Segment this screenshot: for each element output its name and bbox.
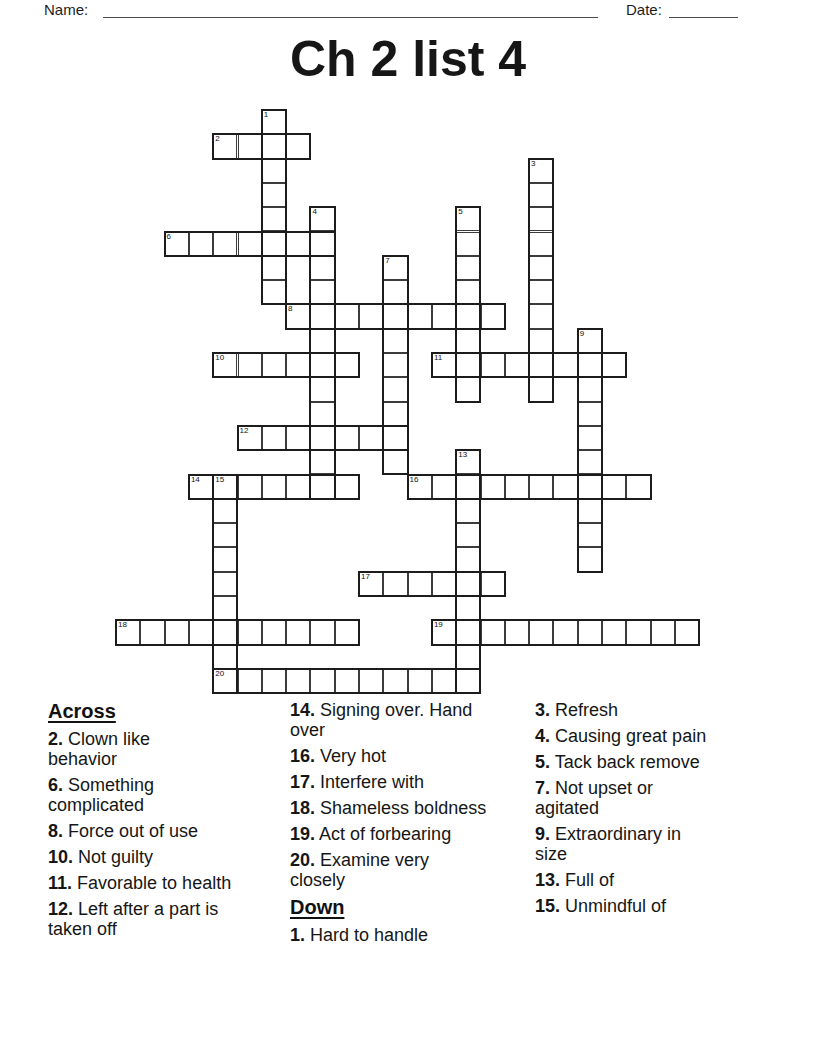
clue-down-4: 4 Causing great pain [535,726,770,746]
clue-text: Hard to handle [310,925,428,945]
clue-number: 8 [48,821,63,841]
crossword-cell[interactable] [456,645,480,669]
clue-number: 12 [48,899,73,919]
crossword-cell[interactable] [262,134,286,158]
crossword-cell[interactable] [213,645,237,669]
crossword-cell[interactable] [310,353,334,377]
clue-text: Act of forbearing [319,824,451,844]
crossword-cell[interactable] [456,620,480,644]
cell-number-7: 7 [385,257,389,265]
clue-number: 18 [290,798,315,818]
puzzle-title: Ch 2 list 4 [0,33,816,85]
crossword-cell[interactable] [286,620,310,644]
across-clue-list-continued: 14 Signing over. Hand over16 Very hot17 … [290,700,535,890]
clue-across-17: 17 Interfere with [290,772,535,792]
clue-column-1: Across 2 Clown like behavior6 Something … [48,700,286,945]
cell-number-5: 5 [458,208,462,216]
crossword-cell[interactable] [189,232,213,256]
crossword-cell[interactable] [238,475,262,499]
crossword-cell[interactable] [213,596,237,620]
crossword-cell[interactable] [529,256,553,280]
cell-number-3: 3 [531,160,535,168]
clue-text: Very hot [320,746,386,766]
crossword-worksheet: Name: Date: Ch 2 list 4 2681011121416171… [0,0,816,1056]
crossword-cell[interactable] [238,232,262,256]
crossword-cell[interactable] [359,426,383,450]
crossword-cell[interactable] [238,620,262,644]
crossword-cell[interactable] [213,523,237,547]
crossword-cell[interactable] [262,426,286,450]
crossword-cell[interactable] [213,232,237,256]
crossword-cell[interactable] [578,523,602,547]
crossword-cell[interactable] [310,402,334,426]
crossword-cell[interactable] [310,256,334,280]
clue-across-12: 12 Left after a part is taken off [48,899,286,939]
clue-across-11: 11 Favorable to health [48,873,286,893]
clue-column-3: 3 Refresh4 Causing great pain5 Tack back… [535,700,770,922]
across-clue-list: 2 Clown like behavior6 Something complic… [48,729,286,939]
crossword-cell[interactable] [286,353,310,377]
clue-text: Full of [565,870,614,890]
crossword-cell[interactable] [286,232,310,256]
crossword-cell[interactable] [651,620,675,644]
crossword-cell[interactable] [529,475,553,499]
name-input-line[interactable] [103,2,598,18]
crossword-cell[interactable] [383,426,407,450]
clue-column-2: 14 Signing over. Hand over16 Very hot17 … [290,700,535,951]
crossword-cell[interactable] [189,620,213,644]
crossword-cell[interactable] [456,523,480,547]
crossword-cell[interactable] [456,329,480,353]
clue-text: Tack back remove [555,752,700,772]
clue-text: Unmindful of [565,896,666,916]
clue-down-3: 3 Refresh [535,700,770,720]
crossword-cell[interactable] [529,280,553,304]
clue-across-10: 10 Not guilty [48,847,286,867]
crossword-cell[interactable] [286,475,310,499]
crossword-cell[interactable] [408,304,432,328]
crossword-cell[interactable] [213,572,237,596]
cell-number-2: 2 [215,135,219,143]
crossword-cell[interactable] [262,353,286,377]
clue-number: 5 [535,752,550,772]
clue-across-6: 6 Something complicated [48,775,286,815]
down-clue-list-continued: 3 Refresh4 Causing great pain5 Tack back… [535,700,770,916]
crossword-cell[interactable] [238,669,262,693]
crossword-cell[interactable] [335,669,359,693]
clue-text: Not upset or agitated [535,778,653,818]
cell-number-20: 20 [215,670,224,678]
crossword-cell[interactable] [578,402,602,426]
crossword-cell[interactable] [529,353,553,377]
crossword-cell[interactable] [213,499,237,523]
crossword-cell[interactable] [383,402,407,426]
crossword-cell[interactable] [310,475,334,499]
crossword-cell[interactable] [578,620,602,644]
clue-across-18: 18 Shameless boldness [290,798,535,818]
cell-number-13: 13 [458,451,467,459]
cell-number-10: 10 [215,354,224,362]
crossword-cell[interactable] [481,304,505,328]
crossword-cell[interactable] [626,475,650,499]
crossword-cell[interactable] [578,377,602,401]
clue-number: 9 [535,824,550,844]
clue-text: Shameless boldness [320,798,486,818]
crossword-cell[interactable] [505,620,529,644]
clue-number: 3 [535,700,550,720]
crossword-cell[interactable] [310,620,334,644]
crossword-cell[interactable] [456,280,480,304]
clue-down-5: 5 Tack back remove [535,752,770,772]
cell-number-19: 19 [434,621,443,629]
crossword-cell[interactable] [335,475,359,499]
clue-text: Signing over. Hand over [290,700,472,740]
date-label: Date: [626,1,662,18]
crossword-cell[interactable] [456,596,480,620]
crossword-grid: 2681011121416171819201345791315 [116,110,700,694]
crossword-cell[interactable] [383,353,407,377]
clue-number: 19 [290,824,315,844]
crossword-cell[interactable] [310,232,334,256]
crossword-cell[interactable] [383,329,407,353]
clue-text: Interfere with [320,772,424,792]
crossword-cell[interactable] [456,547,480,571]
crossword-cell[interactable] [262,159,286,183]
crossword-cell[interactable] [310,304,334,328]
crossword-cell[interactable] [456,353,480,377]
crossword-cell[interactable] [456,304,480,328]
crossword-cell[interactable] [432,304,456,328]
crossword-cell[interactable] [335,426,359,450]
crossword-cell[interactable] [481,353,505,377]
crossword-cell[interactable] [432,669,456,693]
clue-number: 11 [48,873,72,893]
clue-down-13: 13 Full of [535,870,770,890]
crossword-cell[interactable] [383,450,407,474]
crossword-cell[interactable] [286,426,310,450]
clue-text: Something complicated [48,775,154,815]
clue-number: 7 [535,778,550,798]
date-input-line[interactable] [669,2,738,18]
crossword-cell[interactable] [456,475,480,499]
clue-number: 10 [48,847,73,867]
clue-number: 6 [48,775,63,795]
clue-number: 15 [535,896,560,916]
cell-number-18: 18 [118,621,127,629]
crossword-cell[interactable] [456,377,480,401]
crossword-cell[interactable] [578,426,602,450]
crossword-cell[interactable] [165,620,189,644]
crossword-cell[interactable] [529,620,553,644]
crossword-cell[interactable] [553,620,577,644]
crossword-cell[interactable] [262,620,286,644]
crossword-cell[interactable] [262,475,286,499]
crossword-cell[interactable] [262,232,286,256]
crossword-cell[interactable] [262,207,286,231]
crossword-cell[interactable] [456,256,480,280]
clue-across-2: 2 Clown like behavior [48,729,286,769]
crossword-cell[interactable] [310,280,334,304]
crossword-cell[interactable] [456,669,480,693]
crossword-cell[interactable] [481,572,505,596]
clue-number: 2 [48,729,63,749]
crossword-cell[interactable] [310,450,334,474]
crossword-cell[interactable] [456,572,480,596]
crossword-cell[interactable] [675,620,699,644]
crossword-cell[interactable] [626,620,650,644]
clue-across-20: 20 Examine very closely [290,850,535,890]
crossword-cell[interactable] [335,304,359,328]
crossword-cell[interactable] [335,620,359,644]
crossword-cell[interactable] [213,620,237,644]
clue-number: 4 [535,726,550,746]
clue-down-15: 15 Unmindful of [535,896,770,916]
cell-number-17: 17 [361,573,370,581]
crossword-cell[interactable] [310,377,334,401]
crossword-cell[interactable] [238,134,262,158]
clue-text: Extraordinary in size [535,824,681,864]
cell-number-1: 1 [264,111,268,119]
clue-text: Causing great pain [555,726,706,746]
crossword-cell[interactable] [578,353,602,377]
down-clue-list: 1 Hard to handle [290,925,535,945]
crossword-cell[interactable] [286,669,310,693]
clue-number: 1 [290,925,305,945]
crossword-cell[interactable] [286,134,310,158]
crossword-cell[interactable] [383,669,407,693]
crossword-cell[interactable] [529,207,553,231]
crossword-cell[interactable] [529,329,553,353]
clue-number: 16 [290,746,315,766]
crossword-cell[interactable] [553,475,577,499]
clue-text: Favorable to health [77,873,231,893]
crossword-cell[interactable] [310,329,334,353]
crossword-cell[interactable] [238,353,262,377]
crossword-cell[interactable] [383,304,407,328]
cell-number-9: 9 [580,330,584,338]
crossword-cell[interactable] [432,475,456,499]
cell-number-8: 8 [288,305,292,313]
clue-down-9: 9 Extraordinary in size [535,824,770,864]
crossword-cell[interactable] [578,499,602,523]
cell-number-16: 16 [410,476,419,484]
cell-number-11: 11 [434,354,442,362]
crossword-cell[interactable] [481,620,505,644]
clue-text: Left after a part is taken off [48,899,218,939]
crossword-cell[interactable] [383,377,407,401]
clue-down-7: 7 Not upset or agitated [535,778,770,818]
cell-number-15: 15 [215,476,224,484]
clue-text: Not guilty [78,847,153,867]
cell-number-14: 14 [191,476,200,484]
crossword-cell[interactable] [529,304,553,328]
crossword-cell[interactable] [505,475,529,499]
crossword-cell[interactable] [505,353,529,377]
clue-across-14: 14 Signing over. Hand over [290,700,535,740]
crossword-cell[interactable] [456,499,480,523]
crossword-cell[interactable] [310,669,334,693]
down-header: Down [290,896,535,918]
crossword-cell[interactable] [529,232,553,256]
crossword-cell[interactable] [408,669,432,693]
crossword-cell[interactable] [262,183,286,207]
clue-number: 13 [535,870,560,890]
cell-number-12: 12 [240,427,249,435]
crossword-cell[interactable] [456,232,480,256]
clue-text: Clown like behavior [48,729,150,769]
clue-across-16: 16 Very hot [290,746,535,766]
crossword-cell[interactable] [262,256,286,280]
crossword-cell[interactable] [213,547,237,571]
name-label: Name: [44,1,88,18]
clue-across-19: 19 Act of forbearing [290,824,535,844]
clue-down-1: 1 Hard to handle [290,925,535,945]
clue-text: Force out of use [68,821,198,841]
crossword-cell[interactable] [262,280,286,304]
across-header: Across [48,700,286,722]
crossword-cell[interactable] [481,475,505,499]
crossword-cell[interactable] [578,475,602,499]
crossword-cell[interactable] [602,620,626,644]
crossword-cell[interactable] [262,669,286,693]
crossword-cell[interactable] [602,475,626,499]
crossword-cell[interactable] [140,620,164,644]
clue-text: Refresh [555,700,618,720]
crossword-cell[interactable] [359,669,383,693]
crossword-cell[interactable] [359,304,383,328]
crossword-cell[interactable] [383,572,407,596]
clue-across-8: 8 Force out of use [48,821,286,841]
clue-number: 17 [290,772,315,792]
crossword-cell[interactable] [529,183,553,207]
crossword-cell[interactable] [383,280,407,304]
crossword-cell[interactable] [529,377,553,401]
crossword-cell[interactable] [578,547,602,571]
crossword-cell[interactable] [553,353,577,377]
crossword-cell[interactable] [432,572,456,596]
crossword-cell[interactable] [578,450,602,474]
clue-number: 14 [290,700,315,720]
crossword-cell[interactable] [335,353,359,377]
cell-number-6: 6 [167,233,171,241]
cell-number-4: 4 [312,208,316,216]
crossword-cell[interactable] [602,353,626,377]
crossword-cell[interactable] [310,426,334,450]
clue-number: 20 [290,850,315,870]
crossword-cell[interactable] [408,572,432,596]
